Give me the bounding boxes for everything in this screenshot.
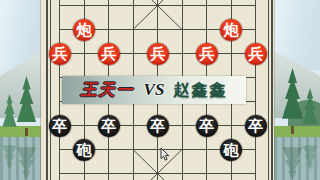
mouse-cursor: [160, 147, 171, 162]
tree-trunk: [25, 128, 28, 136]
piece-red-soldier[interactable]: 兵: [245, 43, 267, 65]
background-landscape-left: [0, 0, 42, 180]
piece-red-soldier[interactable]: 兵: [196, 43, 218, 65]
black-player-name: 赵鑫鑫: [173, 80, 227, 101]
piece-black-soldier[interactable]: 卒: [196, 115, 218, 137]
piece-black-soldier[interactable]: 卒: [147, 115, 169, 137]
vs-label: VS: [144, 80, 165, 100]
piece-red-soldier[interactable]: 兵: [98, 43, 120, 65]
piece-black-soldier[interactable]: 卒: [98, 115, 120, 137]
video-frame: 炮炮兵兵兵兵兵卒卒卒卒卒砲砲 王天一 VS 赵鑫鑫: [0, 0, 320, 180]
piece-black-cannon[interactable]: 砲: [220, 139, 242, 161]
background-landscape-right: [274, 0, 320, 180]
tree-trunk: [291, 126, 294, 134]
xiangqi-board[interactable]: 炮炮兵兵兵兵兵卒卒卒卒卒砲砲 王天一 VS 赵鑫鑫: [41, 0, 274, 180]
piece-black-soldier[interactable]: 卒: [245, 115, 267, 137]
player-banner: 王天一 VS 赵鑫鑫: [62, 76, 246, 104]
piece-red-soldier[interactable]: 兵: [49, 43, 71, 65]
piece-black-cannon[interactable]: 砲: [73, 139, 95, 161]
piece-black-soldier[interactable]: 卒: [49, 115, 71, 137]
piece-red-cannon[interactable]: 炮: [220, 19, 242, 41]
piece-red-soldier[interactable]: 兵: [147, 43, 169, 65]
red-player-name: 王天一: [81, 80, 135, 101]
piece-red-cannon[interactable]: 炮: [73, 19, 95, 41]
